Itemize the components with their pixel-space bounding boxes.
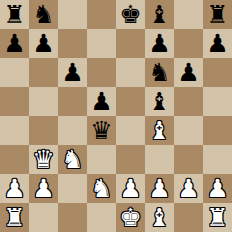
piece-white-bishop[interactable]: ♝ [148, 116, 170, 145]
piece-white-pawn[interactable]: ♟ [32, 174, 54, 203]
square-a6[interactable] [0, 58, 29, 87]
piece-black-pawn[interactable]: ♟ [32, 29, 54, 58]
square-g8[interactable] [174, 0, 203, 29]
square-d8[interactable] [87, 0, 116, 29]
piece-black-pawn[interactable]: ♟ [148, 29, 170, 58]
square-c2[interactable] [58, 174, 87, 203]
square-b7[interactable]: ♟ [29, 29, 58, 58]
piece-black-pawn[interactable]: ♟ [61, 58, 83, 87]
square-c1[interactable] [58, 203, 87, 232]
square-a8[interactable]: ♜ [0, 0, 29, 29]
piece-white-pawn[interactable]: ♟ [119, 174, 141, 203]
square-f4[interactable]: ♝ [145, 116, 174, 145]
square-c8[interactable] [58, 0, 87, 29]
piece-black-knight[interactable]: ♞ [32, 0, 54, 29]
square-d5[interactable]: ♟ [87, 87, 116, 116]
piece-black-pawn[interactable]: ♟ [3, 29, 25, 58]
square-h3[interactable] [203, 145, 232, 174]
square-c5[interactable] [58, 87, 87, 116]
square-d4[interactable]: ♛ [87, 116, 116, 145]
square-h2[interactable]: ♟ [203, 174, 232, 203]
piece-black-knight[interactable]: ♞ [148, 58, 170, 87]
square-b5[interactable] [29, 87, 58, 116]
piece-white-knight[interactable]: ♞ [61, 145, 83, 174]
square-a1[interactable]: ♜ [0, 203, 29, 232]
square-a7[interactable]: ♟ [0, 29, 29, 58]
square-b4[interactable] [29, 116, 58, 145]
piece-white-queen[interactable]: ♛ [32, 145, 54, 174]
square-f3[interactable] [145, 145, 174, 174]
square-b8[interactable]: ♞ [29, 0, 58, 29]
square-d1[interactable] [87, 203, 116, 232]
piece-black-queen[interactable]: ♛ [90, 116, 112, 145]
square-a3[interactable] [0, 145, 29, 174]
square-e7[interactable] [116, 29, 145, 58]
piece-black-king[interactable]: ♚ [119, 0, 141, 29]
square-b1[interactable] [29, 203, 58, 232]
square-g7[interactable] [174, 29, 203, 58]
piece-white-pawn[interactable]: ♟ [177, 174, 199, 203]
piece-white-king[interactable]: ♚ [119, 203, 141, 232]
piece-black-bishop[interactable]: ♝ [148, 87, 170, 116]
square-e6[interactable] [116, 58, 145, 87]
square-h6[interactable] [203, 58, 232, 87]
square-b2[interactable]: ♟ [29, 174, 58, 203]
square-h4[interactable] [203, 116, 232, 145]
square-e3[interactable] [116, 145, 145, 174]
piece-black-rook[interactable]: ♜ [3, 0, 25, 29]
square-g3[interactable] [174, 145, 203, 174]
square-h8[interactable]: ♜ [203, 0, 232, 29]
square-a5[interactable] [0, 87, 29, 116]
square-c3[interactable]: ♞ [58, 145, 87, 174]
square-g5[interactable] [174, 87, 203, 116]
square-a4[interactable] [0, 116, 29, 145]
square-d2[interactable]: ♞ [87, 174, 116, 203]
square-c6[interactable]: ♟ [58, 58, 87, 87]
square-f1[interactable]: ♝ [145, 203, 174, 232]
square-a2[interactable]: ♟ [0, 174, 29, 203]
square-e2[interactable]: ♟ [116, 174, 145, 203]
square-g4[interactable] [174, 116, 203, 145]
piece-black-pawn[interactable]: ♟ [206, 29, 228, 58]
square-f5[interactable]: ♝ [145, 87, 174, 116]
square-g2[interactable]: ♟ [174, 174, 203, 203]
square-h7[interactable]: ♟ [203, 29, 232, 58]
square-e4[interactable] [116, 116, 145, 145]
piece-white-rook[interactable]: ♜ [206, 203, 228, 232]
piece-black-bishop[interactable]: ♝ [148, 0, 170, 29]
piece-white-bishop[interactable]: ♝ [148, 203, 170, 232]
square-e1[interactable]: ♚ [116, 203, 145, 232]
square-g1[interactable] [174, 203, 203, 232]
square-d7[interactable] [87, 29, 116, 58]
piece-black-pawn[interactable]: ♟ [177, 58, 199, 87]
square-f6[interactable]: ♞ [145, 58, 174, 87]
square-h5[interactable] [203, 87, 232, 116]
piece-white-pawn[interactable]: ♟ [3, 174, 25, 203]
square-e5[interactable] [116, 87, 145, 116]
square-h1[interactable]: ♜ [203, 203, 232, 232]
square-e8[interactable]: ♚ [116, 0, 145, 29]
square-f7[interactable]: ♟ [145, 29, 174, 58]
piece-black-pawn[interactable]: ♟ [90, 87, 112, 116]
square-d3[interactable] [87, 145, 116, 174]
square-b6[interactable] [29, 58, 58, 87]
square-d6[interactable] [87, 58, 116, 87]
square-c4[interactable] [58, 116, 87, 145]
square-b3[interactable]: ♛ [29, 145, 58, 174]
chess-board: ♜♞♚♝♜♟♟♟♟♟♞♟♟♝♛♝♛♞♟♟♞♟♟♟♟♜♚♝♜ [0, 0, 232, 232]
square-f2[interactable]: ♟ [145, 174, 174, 203]
piece-white-rook[interactable]: ♜ [3, 203, 25, 232]
square-f8[interactable]: ♝ [145, 0, 174, 29]
piece-white-knight[interactable]: ♞ [90, 174, 112, 203]
piece-white-pawn[interactable]: ♟ [206, 174, 228, 203]
square-g6[interactable]: ♟ [174, 58, 203, 87]
piece-white-pawn[interactable]: ♟ [148, 174, 170, 203]
piece-black-rook[interactable]: ♜ [206, 0, 228, 29]
square-c7[interactable] [58, 29, 87, 58]
